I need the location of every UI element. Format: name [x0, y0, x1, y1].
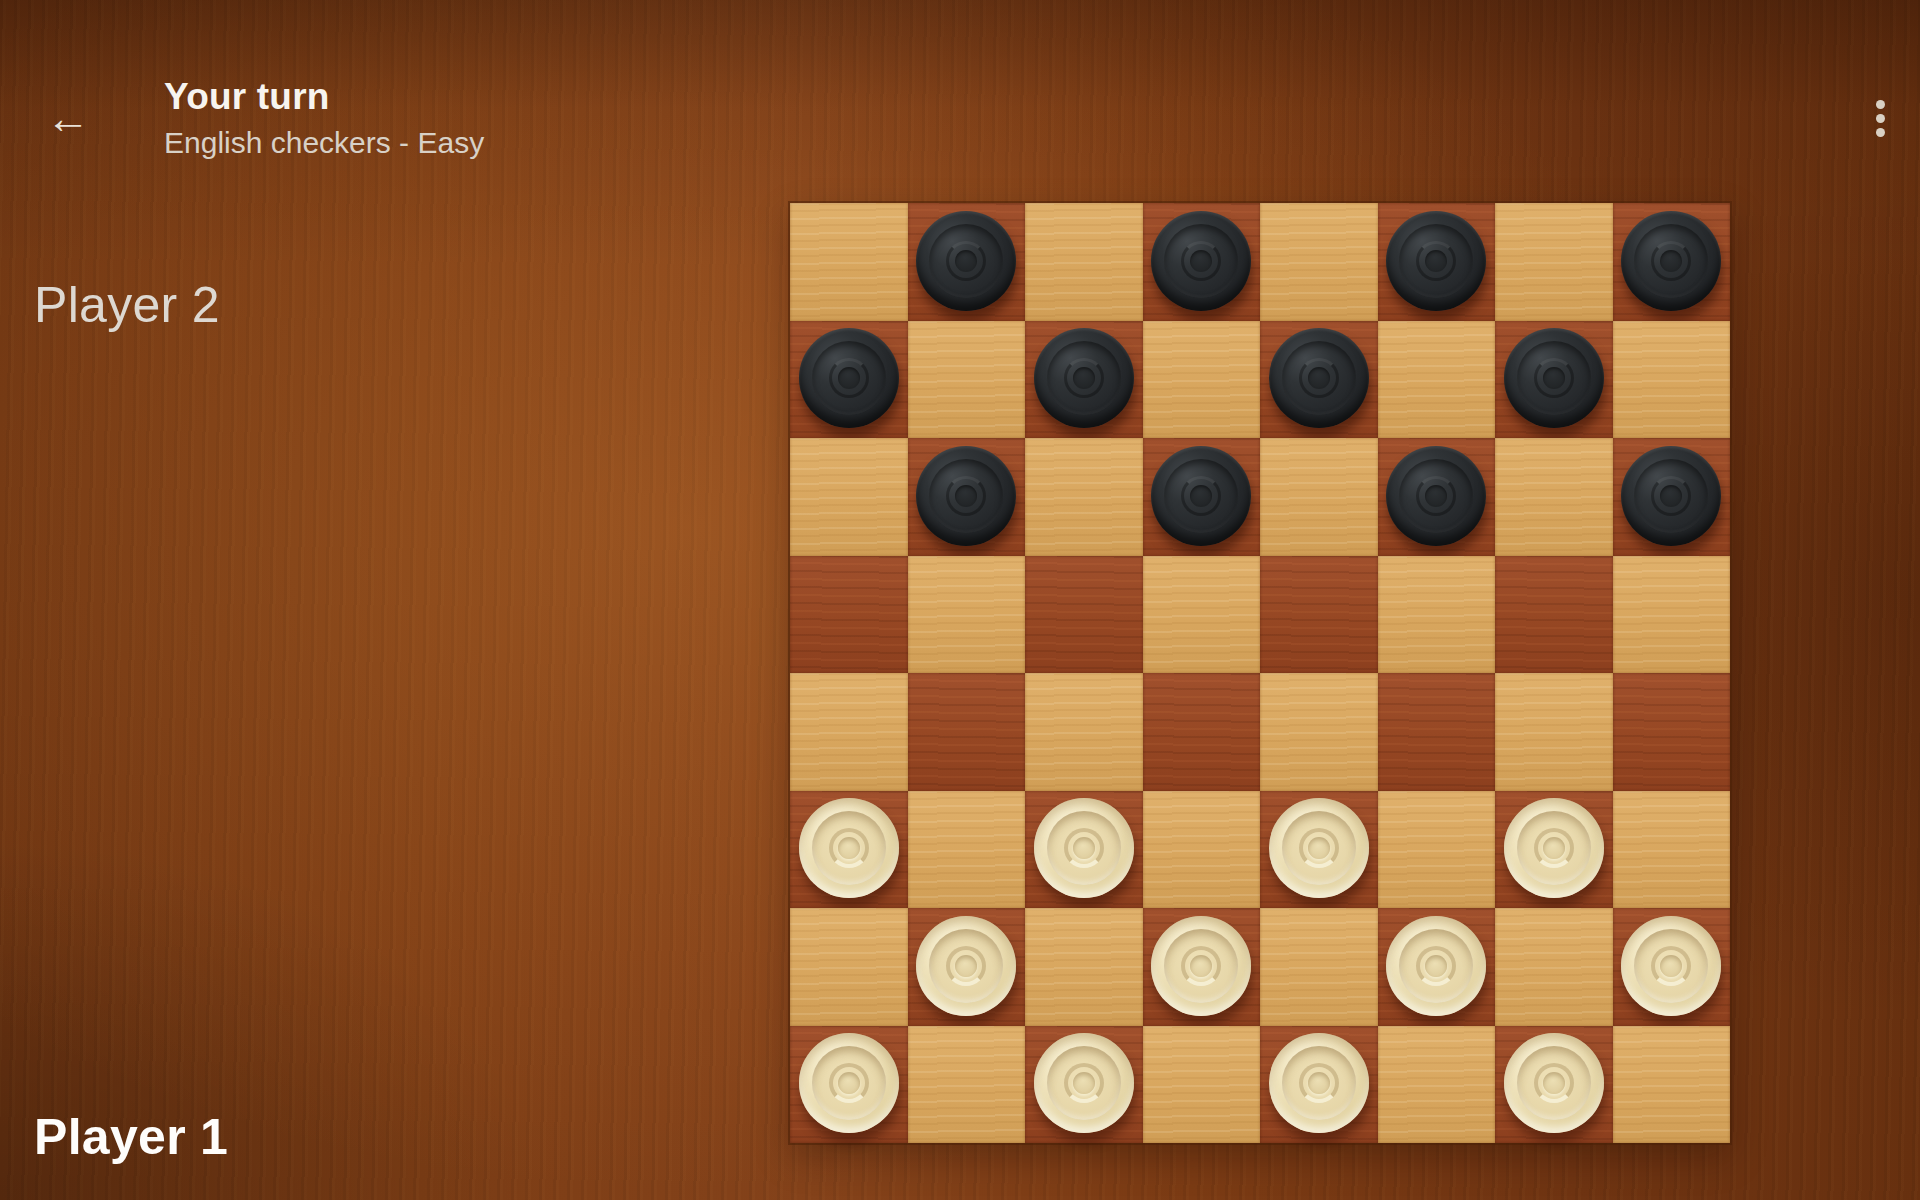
square-r8c7[interactable]	[1495, 1026, 1613, 1144]
piece-ring	[1299, 828, 1339, 868]
header: Your turn English checkers - Easy	[164, 74, 484, 163]
piece-ring	[1064, 358, 1104, 398]
dark-piece[interactable]	[1151, 211, 1251, 311]
piece-dish	[812, 811, 886, 885]
light-piece[interactable]	[916, 916, 1016, 1016]
square-r5c7[interactable]	[1495, 673, 1613, 791]
piece-ring	[829, 358, 869, 398]
square-r3c6[interactable]	[1378, 438, 1496, 556]
square-r8c4[interactable]	[1143, 1026, 1261, 1144]
piece-core	[1073, 1072, 1095, 1094]
square-r3c8[interactable]	[1613, 438, 1731, 556]
dark-piece[interactable]	[1151, 446, 1251, 546]
square-r2c2[interactable]	[908, 321, 1026, 439]
dark-piece[interactable]	[1621, 211, 1721, 311]
piece-core	[1190, 250, 1212, 272]
piece-ring	[1064, 1063, 1104, 1103]
dark-piece[interactable]	[1269, 328, 1369, 428]
square-r2c6[interactable]	[1378, 321, 1496, 439]
piece-ring	[1651, 476, 1691, 516]
piece-ring	[1534, 828, 1574, 868]
square-r4c3[interactable]	[1025, 556, 1143, 674]
square-r3c7[interactable]	[1495, 438, 1613, 556]
square-r4c4[interactable]	[1143, 556, 1261, 674]
piece-dish	[1517, 1046, 1591, 1120]
piece-core	[1660, 485, 1682, 507]
light-piece[interactable]	[1269, 1033, 1369, 1133]
square-r8c6[interactable]	[1378, 1026, 1496, 1144]
square-r2c1[interactable]	[790, 321, 908, 439]
square-r5c1[interactable]	[790, 673, 908, 791]
square-r7c3[interactable]	[1025, 908, 1143, 1026]
board	[790, 203, 1730, 1143]
square-r1c1[interactable]	[790, 203, 908, 321]
player1-label: Player 1	[34, 1108, 228, 1166]
piece-ring	[1299, 358, 1339, 398]
piece-dish	[1517, 811, 1591, 885]
piece-dish	[1634, 224, 1708, 298]
piece-ring	[946, 476, 986, 516]
piece-ring	[1299, 1063, 1339, 1103]
light-piece[interactable]	[1269, 798, 1369, 898]
square-r2c3[interactable]	[1025, 321, 1143, 439]
piece-dish	[1047, 811, 1121, 885]
piece-core	[1543, 837, 1565, 859]
square-r6c6[interactable]	[1378, 791, 1496, 909]
square-r1c3[interactable]	[1025, 203, 1143, 321]
square-r7c8[interactable]	[1613, 908, 1731, 1026]
square-r3c1[interactable]	[790, 438, 908, 556]
dark-piece[interactable]	[1386, 446, 1486, 546]
piece-core	[1660, 250, 1682, 272]
piece-core	[1308, 1072, 1330, 1094]
square-r7c1[interactable]	[790, 908, 908, 1026]
light-piece[interactable]	[1034, 1033, 1134, 1133]
piece-dish	[1399, 459, 1473, 533]
light-piece[interactable]	[1621, 916, 1721, 1016]
square-r5c5[interactable]	[1260, 673, 1378, 791]
piece-ring	[1416, 476, 1456, 516]
piece-ring	[1651, 241, 1691, 281]
square-r4c1[interactable]	[790, 556, 908, 674]
piece-dish	[929, 929, 1003, 1003]
square-r1c7[interactable]	[1495, 203, 1613, 321]
piece-ring	[946, 241, 986, 281]
square-r3c4[interactable]	[1143, 438, 1261, 556]
game-screen: ← Your turn English checkers - Easy Play…	[0, 0, 1920, 1200]
light-piece[interactable]	[1504, 1033, 1604, 1133]
square-r4c7[interactable]	[1495, 556, 1613, 674]
piece-core	[838, 837, 860, 859]
square-r5c3[interactable]	[1025, 673, 1143, 791]
piece-dish	[1164, 929, 1238, 1003]
piece-dish	[1399, 929, 1473, 1003]
square-r4c5[interactable]	[1260, 556, 1378, 674]
piece-core	[1308, 837, 1330, 859]
piece-dish	[1164, 224, 1238, 298]
piece-dish	[1399, 224, 1473, 298]
menu-dot	[1876, 128, 1885, 137]
piece-dish	[1634, 929, 1708, 1003]
piece-ring	[1181, 476, 1221, 516]
piece-dish	[929, 224, 1003, 298]
piece-ring	[1181, 946, 1221, 986]
square-r8c8[interactable]	[1613, 1026, 1731, 1144]
square-r7c2[interactable]	[908, 908, 1026, 1026]
menu-dot	[1876, 114, 1885, 123]
square-r7c5[interactable]	[1260, 908, 1378, 1026]
light-piece[interactable]	[1504, 798, 1604, 898]
back-button[interactable]: ←	[40, 90, 96, 146]
square-r3c5[interactable]	[1260, 438, 1378, 556]
light-piece[interactable]	[799, 798, 899, 898]
piece-core	[1190, 485, 1212, 507]
piece-core	[1073, 367, 1095, 389]
piece-dish	[929, 459, 1003, 533]
square-r8c3[interactable]	[1025, 1026, 1143, 1144]
dark-piece[interactable]	[916, 211, 1016, 311]
piece-ring	[1534, 1063, 1574, 1103]
piece-ring	[946, 946, 986, 986]
square-r2c4[interactable]	[1143, 321, 1261, 439]
square-r3c2[interactable]	[908, 438, 1026, 556]
piece-ring	[1651, 946, 1691, 986]
square-r2c5[interactable]	[1260, 321, 1378, 439]
piece-core	[1308, 367, 1330, 389]
menu-dot	[1876, 100, 1885, 109]
piece-dish	[1634, 459, 1708, 533]
piece-core	[1543, 367, 1565, 389]
square-r1c4[interactable]	[1143, 203, 1261, 321]
square-r6c1[interactable]	[790, 791, 908, 909]
square-r6c7[interactable]	[1495, 791, 1613, 909]
piece-dish	[1282, 811, 1356, 885]
square-r7c4[interactable]	[1143, 908, 1261, 1026]
square-r1c2[interactable]	[908, 203, 1026, 321]
kebab-menu-icon[interactable]	[1856, 84, 1904, 152]
player2-label: Player 2	[34, 276, 220, 334]
piece-core	[1543, 1072, 1565, 1094]
square-r3c3[interactable]	[1025, 438, 1143, 556]
piece-ring	[1416, 946, 1456, 986]
piece-dish	[812, 341, 886, 415]
piece-core	[1073, 837, 1095, 859]
square-r1c6[interactable]	[1378, 203, 1496, 321]
piece-ring	[829, 1063, 869, 1103]
light-piece[interactable]	[799, 1033, 899, 1133]
piece-dish	[1282, 1046, 1356, 1120]
piece-core	[1425, 250, 1447, 272]
square-r8c5[interactable]	[1260, 1026, 1378, 1144]
dark-piece[interactable]	[1034, 328, 1134, 428]
piece-core	[955, 955, 977, 977]
piece-core	[838, 367, 860, 389]
piece-ring	[1416, 241, 1456, 281]
dark-piece[interactable]	[1504, 328, 1604, 428]
piece-core	[955, 250, 977, 272]
square-r4c6[interactable]	[1378, 556, 1496, 674]
square-r2c7[interactable]	[1495, 321, 1613, 439]
piece-ring	[829, 828, 869, 868]
piece-dish	[812, 1046, 886, 1120]
piece-dish	[1282, 341, 1356, 415]
square-r2c8[interactable]	[1613, 321, 1731, 439]
piece-core	[1660, 955, 1682, 977]
game-mode-subtitle: English checkers - Easy	[164, 123, 484, 163]
back-arrow-icon: ←	[46, 96, 90, 140]
square-r1c8[interactable]	[1613, 203, 1731, 321]
piece-core	[1425, 485, 1447, 507]
square-r7c6[interactable]	[1378, 908, 1496, 1026]
square-r6c2[interactable]	[908, 791, 1026, 909]
square-r4c2[interactable]	[908, 556, 1026, 674]
piece-dish	[1047, 1046, 1121, 1120]
square-r6c5[interactable]	[1260, 791, 1378, 909]
square-r6c4[interactable]	[1143, 791, 1261, 909]
square-r4c8[interactable]	[1613, 556, 1731, 674]
square-r7c7[interactable]	[1495, 908, 1613, 1026]
dark-piece[interactable]	[1386, 211, 1486, 311]
piece-ring	[1534, 358, 1574, 398]
square-r5c6[interactable]	[1378, 673, 1496, 791]
piece-core	[955, 485, 977, 507]
piece-dish	[1047, 341, 1121, 415]
light-piece[interactable]	[1151, 916, 1251, 1016]
piece-ring	[1064, 828, 1104, 868]
piece-ring	[1181, 241, 1221, 281]
piece-core	[1190, 955, 1212, 977]
square-r5c2[interactable]	[908, 673, 1026, 791]
dark-piece[interactable]	[916, 446, 1016, 546]
light-piece[interactable]	[1386, 916, 1486, 1016]
square-r8c2[interactable]	[908, 1026, 1026, 1144]
square-r1c5[interactable]	[1260, 203, 1378, 321]
piece-dish	[1164, 459, 1238, 533]
piece-dish	[1517, 341, 1591, 415]
light-piece[interactable]	[1034, 798, 1134, 898]
dark-piece[interactable]	[1621, 446, 1721, 546]
piece-core	[838, 1072, 860, 1094]
piece-core	[1425, 955, 1447, 977]
square-r6c3[interactable]	[1025, 791, 1143, 909]
square-r5c4[interactable]	[1143, 673, 1261, 791]
square-r8c1[interactable]	[790, 1026, 908, 1144]
turn-status-title: Your turn	[164, 74, 484, 120]
square-r5c8[interactable]	[1613, 673, 1731, 791]
square-r6c8[interactable]	[1613, 791, 1731, 909]
dark-piece[interactable]	[799, 328, 899, 428]
